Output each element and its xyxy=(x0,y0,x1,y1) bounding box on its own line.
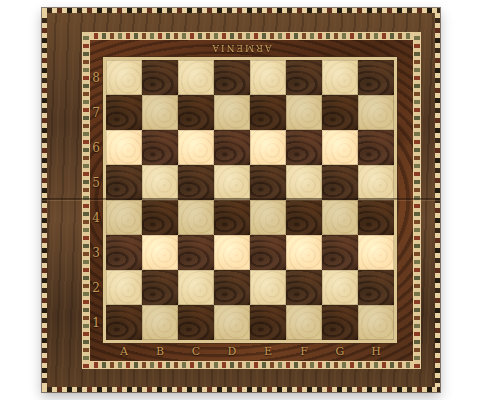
square-f4[interactable] xyxy=(286,200,322,235)
square-b7[interactable] xyxy=(142,95,178,130)
square-e4[interactable] xyxy=(250,200,286,235)
outer-inlay-bottom xyxy=(42,387,440,392)
square-g8[interactable] xyxy=(322,60,358,95)
square-g3[interactable] xyxy=(322,235,358,270)
rank-label-1: 1 xyxy=(88,305,104,340)
square-e5[interactable] xyxy=(250,165,286,200)
photo-background: ARMENIA 87654321 ABCDEFGH xyxy=(0,0,500,400)
rank-labels: 87654321 xyxy=(88,60,104,340)
square-d8[interactable] xyxy=(214,60,250,95)
square-a8[interactable] xyxy=(106,60,142,95)
square-h8[interactable] xyxy=(358,60,394,95)
square-a6[interactable] xyxy=(106,130,142,165)
square-e6[interactable] xyxy=(250,130,286,165)
square-a4[interactable] xyxy=(106,200,142,235)
square-d6[interactable] xyxy=(214,130,250,165)
square-b8[interactable] xyxy=(142,60,178,95)
square-g4[interactable] xyxy=(322,200,358,235)
square-h7[interactable] xyxy=(358,95,394,130)
square-f3[interactable] xyxy=(286,235,322,270)
square-a5[interactable] xyxy=(106,165,142,200)
rank-label-7: 7 xyxy=(88,95,104,130)
chess-board: ARMENIA 87654321 ABCDEFGH xyxy=(42,8,440,392)
square-f8[interactable] xyxy=(286,60,322,95)
square-h3[interactable] xyxy=(358,235,394,270)
square-f5[interactable] xyxy=(286,165,322,200)
square-h2[interactable] xyxy=(358,270,394,305)
file-label-F: F xyxy=(286,345,322,359)
square-g5[interactable] xyxy=(322,165,358,200)
brand-text: ARMENIA xyxy=(42,42,440,53)
rank-label-6: 6 xyxy=(88,130,104,165)
square-d7[interactable] xyxy=(214,95,250,130)
square-f6[interactable] xyxy=(286,130,322,165)
square-a2[interactable] xyxy=(106,270,142,305)
square-b2[interactable] xyxy=(142,270,178,305)
square-e7[interactable] xyxy=(250,95,286,130)
square-g2[interactable] xyxy=(322,270,358,305)
file-label-C: C xyxy=(178,345,214,359)
square-g6[interactable] xyxy=(322,130,358,165)
square-c1[interactable] xyxy=(178,305,214,340)
outer-inlay-left xyxy=(42,13,47,387)
square-f2[interactable] xyxy=(286,270,322,305)
square-b4[interactable] xyxy=(142,200,178,235)
square-a1[interactable] xyxy=(106,305,142,340)
square-b6[interactable] xyxy=(142,130,178,165)
square-b1[interactable] xyxy=(142,305,178,340)
square-h6[interactable] xyxy=(358,130,394,165)
square-c2[interactable] xyxy=(178,270,214,305)
square-h1[interactable] xyxy=(358,305,394,340)
square-a3[interactable] xyxy=(106,235,142,270)
rank-label-5: 5 xyxy=(88,165,104,200)
square-c5[interactable] xyxy=(178,165,214,200)
square-h4[interactable] xyxy=(358,200,394,235)
inner-inlay-bottom xyxy=(82,361,421,369)
square-g7[interactable] xyxy=(322,95,358,130)
file-labels: ABCDEFGH xyxy=(106,345,394,359)
square-d5[interactable] xyxy=(214,165,250,200)
square-e2[interactable] xyxy=(250,270,286,305)
square-e1[interactable] xyxy=(250,305,286,340)
square-c3[interactable] xyxy=(178,235,214,270)
square-c7[interactable] xyxy=(178,95,214,130)
outer-inlay-top xyxy=(42,8,440,13)
outer-inlay-right xyxy=(435,13,440,387)
square-c4[interactable] xyxy=(178,200,214,235)
square-d2[interactable] xyxy=(214,270,250,305)
rank-label-2: 2 xyxy=(88,270,104,305)
square-a7[interactable] xyxy=(106,95,142,130)
rank-label-3: 3 xyxy=(88,235,104,270)
square-e3[interactable] xyxy=(250,235,286,270)
square-b3[interactable] xyxy=(142,235,178,270)
square-g1[interactable] xyxy=(322,305,358,340)
rank-label-8: 8 xyxy=(88,60,104,95)
square-c8[interactable] xyxy=(178,60,214,95)
file-label-G: G xyxy=(322,345,358,359)
inner-inlay-top xyxy=(82,32,421,40)
square-d1[interactable] xyxy=(214,305,250,340)
square-d4[interactable] xyxy=(214,200,250,235)
file-label-H: H xyxy=(358,345,394,359)
square-c6[interactable] xyxy=(178,130,214,165)
square-h5[interactable] xyxy=(358,165,394,200)
inner-inlay-right xyxy=(413,32,421,369)
square-f7[interactable] xyxy=(286,95,322,130)
square-b5[interactable] xyxy=(142,165,178,200)
file-label-B: B xyxy=(142,345,178,359)
square-d3[interactable] xyxy=(214,235,250,270)
file-label-D: D xyxy=(214,345,250,359)
file-label-A: A xyxy=(106,345,142,359)
file-label-E: E xyxy=(250,345,286,359)
square-f1[interactable] xyxy=(286,305,322,340)
rank-label-4: 4 xyxy=(88,200,104,235)
square-e8[interactable] xyxy=(250,60,286,95)
playing-area xyxy=(103,57,397,343)
